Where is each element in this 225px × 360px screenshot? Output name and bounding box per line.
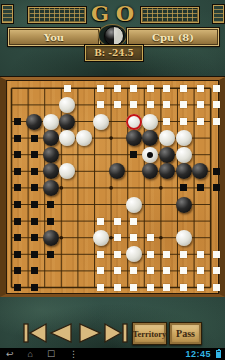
white-stone[interactable]: [176, 230, 192, 246]
black-territory-marker: [31, 218, 38, 225]
white-territory-marker: [180, 118, 187, 125]
title-ornament-right: [141, 7, 199, 23]
black-stone[interactable]: [26, 114, 42, 130]
white-territory-marker: [197, 284, 204, 291]
black-territory-marker: [47, 218, 54, 225]
black-territory-marker: [31, 284, 38, 291]
last-move-stone[interactable]: [126, 114, 142, 130]
white-stone[interactable]: [126, 246, 142, 262]
player-black-label: You: [8, 28, 100, 46]
black-territory-marker: [14, 201, 21, 208]
white-territory-marker: [213, 284, 220, 291]
black-territory-marker: [31, 184, 38, 191]
score-estimate: B: -24.5: [85, 45, 143, 61]
white-stone[interactable]: [176, 130, 192, 146]
white-territory-marker: [180, 284, 187, 291]
white-territory-marker: [147, 251, 154, 258]
white-stone[interactable]: [126, 197, 142, 213]
black-territory-marker: [14, 118, 21, 125]
white-territory-marker: [147, 234, 154, 241]
white-territory-marker: [147, 85, 154, 92]
white-territory-marker: [97, 251, 104, 258]
white-territory-marker: [163, 251, 170, 258]
white-territory-marker: [114, 218, 121, 225]
white-territory-marker: [213, 267, 220, 274]
black-territory-marker: [31, 267, 38, 274]
black-stone[interactable]: [43, 180, 59, 196]
bottom-bar: Territory Pass: [0, 297, 225, 348]
white-stone[interactable]: [176, 147, 192, 163]
white-territory-marker: [130, 284, 137, 291]
android-status-bar: ↩ ⌂ ☐ ⋮ 12:45: [0, 348, 225, 360]
player-white-label: Cpu (8): [127, 28, 219, 46]
white-stone[interactable]: [76, 130, 92, 146]
black-territory-marker: [180, 184, 187, 191]
white-territory-marker: [130, 218, 137, 225]
dead-marked-stone[interactable]: [142, 147, 158, 163]
white-territory-marker: [197, 267, 204, 274]
menu-icon[interactable]: ⋮: [69, 348, 78, 360]
white-territory-marker: [213, 251, 220, 258]
back-icon[interactable]: ↩: [6, 348, 14, 360]
white-territory-marker: [114, 101, 121, 108]
black-stone[interactable]: [126, 130, 142, 146]
territory-button[interactable]: Territory: [132, 322, 167, 345]
white-territory-marker: [97, 267, 104, 274]
black-territory-marker: [31, 135, 38, 142]
black-territory-marker: [31, 201, 38, 208]
white-stone[interactable]: [43, 114, 59, 130]
white-territory-marker: [64, 85, 71, 92]
white-territory-marker: [147, 284, 154, 291]
black-territory-marker: [47, 201, 54, 208]
title-ornament-cap-right: [213, 5, 224, 23]
black-territory-marker: [14, 184, 21, 191]
white-territory-marker: [163, 85, 170, 92]
skip-to-end-button[interactable]: [103, 322, 129, 344]
white-territory-marker: [147, 267, 154, 274]
white-territory-marker: [163, 101, 170, 108]
black-territory-marker: [14, 168, 21, 175]
black-territory-marker: [31, 234, 38, 241]
white-territory-marker: [180, 251, 187, 258]
white-territory-marker: [97, 284, 104, 291]
white-territory-marker: [197, 118, 204, 125]
white-stone[interactable]: [159, 130, 175, 146]
white-territory-marker: [180, 101, 187, 108]
white-territory-marker: [213, 118, 220, 125]
white-territory-marker: [130, 234, 137, 241]
black-territory-marker: [31, 168, 38, 175]
white-territory-marker: [114, 284, 121, 291]
black-territory-marker: [14, 251, 21, 258]
previous-move-button[interactable]: [48, 322, 74, 344]
white-territory-marker: [97, 101, 104, 108]
black-territory-marker: [31, 251, 38, 258]
white-territory-marker: [97, 218, 104, 225]
white-territory-marker: [130, 85, 137, 92]
black-stone[interactable]: [159, 147, 175, 163]
white-territory-marker: [130, 267, 137, 274]
white-territory-marker: [114, 234, 121, 241]
next-move-button[interactable]: [77, 322, 103, 344]
black-territory-marker: [213, 168, 220, 175]
battery-icon: [216, 350, 221, 358]
white-territory-marker: [197, 251, 204, 258]
black-territory-marker: [197, 184, 204, 191]
white-territory-marker: [197, 101, 204, 108]
white-stone[interactable]: [93, 114, 109, 130]
white-territory-marker: [180, 85, 187, 92]
black-territory-marker: [47, 251, 54, 258]
black-territory-marker: [14, 234, 21, 241]
black-stone[interactable]: [176, 197, 192, 213]
white-territory-marker: [163, 118, 170, 125]
home-icon[interactable]: ⌂: [28, 348, 33, 360]
white-territory-marker: [147, 101, 154, 108]
black-territory-marker: [213, 184, 220, 191]
white-stone[interactable]: [142, 114, 158, 130]
skip-to-start-button[interactable]: [22, 322, 48, 344]
white-territory-marker: [97, 85, 104, 92]
black-territory-marker: [14, 135, 21, 142]
white-territory-marker: [163, 284, 170, 291]
black-territory-marker: [14, 151, 21, 158]
black-stone[interactable]: [59, 114, 75, 130]
white-territory-marker: [114, 267, 121, 274]
black-stone[interactable]: [43, 130, 59, 146]
white-stone[interactable]: [93, 230, 109, 246]
white-territory-marker: [114, 85, 121, 92]
black-territory-marker: [14, 284, 21, 291]
white-territory-marker: [197, 85, 204, 92]
black-territory-marker: [14, 218, 21, 225]
black-territory-marker: [130, 151, 137, 158]
white-territory-marker: [163, 267, 170, 274]
white-territory-marker: [114, 251, 121, 258]
white-territory-marker: [180, 267, 187, 274]
white-territory-marker: [213, 85, 220, 92]
top-bar: GO You Cpu (8) B: -24.5: [0, 0, 225, 77]
black-territory-marker: [14, 267, 21, 274]
black-stone[interactable]: [176, 163, 192, 179]
black-stone[interactable]: [43, 147, 59, 163]
turn-indicator-sphere: [104, 26, 124, 46]
pass-button[interactable]: Pass: [169, 322, 202, 345]
black-territory-marker: [31, 151, 38, 158]
go-board[interactable]: [0, 77, 225, 297]
white-territory-marker: [213, 101, 220, 108]
white-territory-marker: [130, 101, 137, 108]
recents-icon[interactable]: ☐: [47, 348, 55, 360]
black-stone[interactable]: [43, 230, 59, 246]
black-stone[interactable]: [43, 163, 59, 179]
status-clock: 12:45: [185, 348, 211, 360]
